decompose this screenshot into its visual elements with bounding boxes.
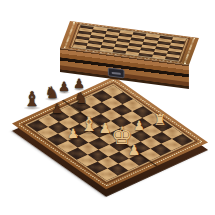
chess-set-product-photo: ♝♞♟♟♟♞♝♟♟♚♟♟♜ bbox=[0, 0, 215, 215]
piece-shadow bbox=[45, 97, 59, 101]
dark-pawn-piece: ♟ bbox=[73, 79, 85, 89]
dark-pawn-glyph: ♟ bbox=[58, 82, 70, 92]
dark-pawn-piece: ♟ bbox=[58, 82, 70, 92]
clasp-latch-icon bbox=[108, 67, 125, 78]
square-h1 bbox=[165, 56, 179, 60]
dark-bishop-piece: ♝ bbox=[23, 92, 41, 108]
dark-pawn-glyph: ♟ bbox=[73, 79, 85, 89]
open-chess-board bbox=[12, 77, 208, 190]
dark-knight-piece: ♞ bbox=[45, 87, 59, 99]
dark-bishop-glyph: ♝ bbox=[23, 92, 41, 108]
piece-shadow bbox=[23, 106, 41, 110]
piece-shadow bbox=[58, 91, 70, 94]
clasp-slot bbox=[112, 71, 121, 74]
square-g1 bbox=[152, 55, 166, 59]
dark-knight-glyph: ♞ bbox=[45, 87, 59, 99]
